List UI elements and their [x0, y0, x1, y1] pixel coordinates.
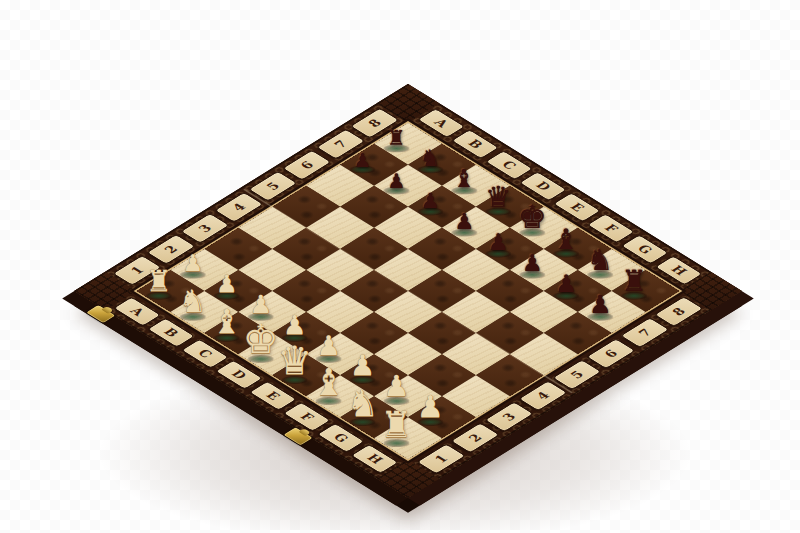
piece-white-rook[interactable]: ♜: [374, 399, 418, 445]
piece-black-pawn[interactable]: ♟: [578, 273, 622, 319]
product-photo-stage: ABCDEFGH ABCDEFGH 87654321 87654321 ♜♞♝♛…: [0, 0, 800, 533]
brass-clasp-1: [86, 305, 115, 323]
